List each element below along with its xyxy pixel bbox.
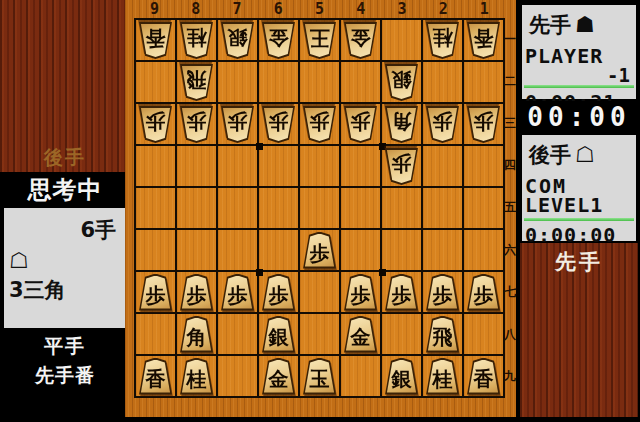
board-square[interactable] bbox=[177, 230, 216, 270]
board-square[interactable] bbox=[341, 230, 380, 270]
board-square[interactable] bbox=[464, 188, 503, 228]
right-panel: 先手 ☗ PLAYER -1 0:00:21 00:00 後手 ☖ COM LE… bbox=[520, 0, 638, 422]
board-square[interactable]: 金 bbox=[341, 20, 380, 60]
board-square[interactable]: 歩 bbox=[423, 104, 462, 144]
board-square[interactable]: 歩 bbox=[464, 104, 503, 144]
file-labels: 987654321 bbox=[134, 0, 505, 18]
board-square[interactable]: 玉 bbox=[300, 356, 339, 396]
shogi-piece: 金 bbox=[261, 358, 296, 395]
sente-header: 先手 bbox=[529, 11, 571, 39]
board-square[interactable] bbox=[259, 146, 298, 186]
star-point bbox=[256, 143, 263, 150]
shogi-piece: 歩 bbox=[343, 106, 378, 143]
rank-label: 二 bbox=[504, 60, 516, 102]
shogi-piece: 歩 bbox=[343, 274, 378, 311]
board-square[interactable] bbox=[136, 230, 175, 270]
board-square[interactable]: 歩 bbox=[218, 272, 257, 312]
board-square[interactable] bbox=[300, 272, 339, 312]
board-square[interactable]: 王 bbox=[300, 20, 339, 60]
file-label: 4 bbox=[340, 0, 381, 18]
shogi-piece: 歩 bbox=[302, 106, 337, 143]
board-square[interactable]: 歩 bbox=[382, 272, 421, 312]
board-square[interactable]: 歩 bbox=[464, 272, 503, 312]
board-square[interactable] bbox=[218, 62, 257, 102]
board-square[interactable]: 歩 bbox=[382, 146, 421, 186]
shogi-piece: 歩 bbox=[179, 274, 214, 311]
gote-side-label: 後手 bbox=[0, 145, 130, 171]
shogi-piece: 歩 bbox=[384, 274, 419, 311]
shogi-piece: 歩 bbox=[138, 106, 173, 143]
rank-label: 三 bbox=[504, 102, 516, 144]
board-square[interactable] bbox=[177, 188, 216, 228]
board-square[interactable]: 香 bbox=[464, 20, 503, 60]
file-label: 8 bbox=[175, 0, 216, 18]
move-timer-band: 00:00 bbox=[520, 101, 638, 133]
com-name: COM bbox=[522, 169, 636, 195]
sente-info-box: 先手 ☗ PLAYER -1 0:00:21 bbox=[520, 3, 638, 101]
board-square[interactable]: 桂 bbox=[177, 356, 216, 396]
shogi-piece: 桂 bbox=[179, 358, 214, 395]
board-square[interactable] bbox=[259, 230, 298, 270]
board-square[interactable]: 歩 bbox=[300, 230, 339, 270]
shogi-piece: 飛 bbox=[179, 64, 214, 101]
file-label: 6 bbox=[258, 0, 299, 18]
thinking-status: 思考中 bbox=[0, 172, 130, 208]
shogi-piece: 飛 bbox=[425, 316, 460, 353]
board-square[interactable]: 香 bbox=[136, 356, 175, 396]
board-square[interactable] bbox=[382, 188, 421, 228]
board-square[interactable] bbox=[382, 20, 421, 60]
rank-labels: 一二三四五六七八九 bbox=[504, 18, 516, 398]
rank-label: 九 bbox=[504, 356, 516, 398]
turn-label: 先手番 bbox=[0, 363, 130, 389]
board-square[interactable] bbox=[423, 230, 462, 270]
board-square[interactable]: 銀 bbox=[382, 62, 421, 102]
shogi-piece: 金 bbox=[343, 316, 378, 353]
shogi-piece: 香 bbox=[466, 22, 501, 59]
sente-piece-icon: ☗ bbox=[575, 14, 595, 36]
board-square[interactable] bbox=[341, 146, 380, 186]
shogi-piece: 歩 bbox=[261, 274, 296, 311]
last-move: 3三角 bbox=[4, 272, 126, 304]
board-square[interactable] bbox=[218, 146, 257, 186]
shogi-piece: 角 bbox=[384, 106, 419, 143]
board-square[interactable] bbox=[218, 314, 257, 354]
file-label: 2 bbox=[423, 0, 464, 18]
board-square[interactable] bbox=[341, 356, 380, 396]
shogi-piece: 香 bbox=[466, 358, 501, 395]
board-square[interactable] bbox=[259, 62, 298, 102]
player-suffix: -1 bbox=[522, 68, 636, 82]
board-square[interactable] bbox=[177, 146, 216, 186]
board-square[interactable]: 角 bbox=[382, 104, 421, 144]
shogi-piece: 銀 bbox=[261, 316, 296, 353]
shogi-piece: 玉 bbox=[302, 358, 337, 395]
shogi-piece: 金 bbox=[343, 22, 378, 59]
com-level: LEVEL1 bbox=[522, 195, 636, 215]
file-label: 5 bbox=[299, 0, 340, 18]
board-square[interactable] bbox=[218, 356, 257, 396]
gote-info-box: 後手 ☖ COM LEVEL1 0:00:00 bbox=[520, 133, 638, 243]
board-square[interactable] bbox=[259, 188, 298, 228]
shogi-piece: 歩 bbox=[138, 274, 173, 311]
board-square[interactable]: 香 bbox=[464, 356, 503, 396]
file-label: 7 bbox=[216, 0, 257, 18]
file-label: 1 bbox=[464, 0, 505, 18]
shogi-piece: 香 bbox=[138, 22, 173, 59]
shogi-piece: 歩 bbox=[302, 232, 337, 269]
handicap-label: 平手 bbox=[0, 334, 130, 360]
board-square[interactable]: 歩 bbox=[259, 104, 298, 144]
board-square[interactable]: 歩 bbox=[218, 104, 257, 144]
turn-indicator: 先手 bbox=[520, 248, 638, 276]
shogi-piece: 歩 bbox=[261, 106, 296, 143]
shogi-piece: 歩 bbox=[466, 274, 501, 311]
board-square[interactable]: 桂 bbox=[177, 20, 216, 60]
board-square[interactable]: 香 bbox=[136, 20, 175, 60]
shogi-piece: 歩 bbox=[384, 148, 419, 185]
board-square[interactable]: 歩 bbox=[423, 272, 462, 312]
board-square[interactable]: 歩 bbox=[136, 272, 175, 312]
shogi-piece: 香 bbox=[138, 358, 173, 395]
board-square[interactable] bbox=[341, 188, 380, 228]
board-square[interactable]: 桂 bbox=[423, 356, 462, 396]
board-square[interactable] bbox=[382, 314, 421, 354]
board-square[interactable]: 銀 bbox=[382, 356, 421, 396]
shogi-piece: 銀 bbox=[384, 358, 419, 395]
gote-piece-icon: ☖ bbox=[4, 244, 126, 272]
board-square[interactable] bbox=[464, 314, 503, 354]
board-square[interactable]: 飛 bbox=[423, 314, 462, 354]
board-square[interactable]: 歩 bbox=[300, 104, 339, 144]
shogi-piece: 歩 bbox=[220, 106, 255, 143]
board-square[interactable]: 飛 bbox=[177, 62, 216, 102]
file-label: 3 bbox=[381, 0, 422, 18]
board-square[interactable] bbox=[300, 62, 339, 102]
rank-label: 五 bbox=[504, 187, 516, 229]
board-square[interactable] bbox=[423, 62, 462, 102]
board-square[interactable]: 歩 bbox=[341, 104, 380, 144]
board-square[interactable] bbox=[423, 146, 462, 186]
board-square[interactable] bbox=[464, 62, 503, 102]
board-square[interactable] bbox=[423, 188, 462, 228]
shogi-board: 987654321 香桂銀金王金桂香飛銀歩歩歩歩歩歩角歩歩歩歩歩歩歩歩歩歩歩歩角… bbox=[125, 0, 516, 417]
board-square[interactable] bbox=[382, 230, 421, 270]
gote-piece-icon: ☖ bbox=[575, 144, 595, 166]
shogi-piece: 歩 bbox=[425, 106, 460, 143]
rank-label: 一 bbox=[504, 18, 516, 60]
board-square[interactable] bbox=[300, 146, 339, 186]
board-square[interactable]: 歩 bbox=[177, 104, 216, 144]
board-square[interactable] bbox=[136, 62, 175, 102]
board-square[interactable]: 銀 bbox=[218, 20, 257, 60]
shogi-piece: 桂 bbox=[425, 22, 460, 59]
board-square[interactable]: 歩 bbox=[341, 272, 380, 312]
board-square[interactable]: 桂 bbox=[423, 20, 462, 60]
left-panel: 後手 思考中 6手 ☖ 3三角 平手 先手番 bbox=[0, 0, 130, 422]
shogi-piece: 歩 bbox=[220, 274, 255, 311]
board-square[interactable] bbox=[300, 314, 339, 354]
shogi-piece: 桂 bbox=[425, 358, 460, 395]
board-square[interactable] bbox=[136, 146, 175, 186]
board-square[interactable]: 金 bbox=[259, 20, 298, 60]
board-square[interactable]: 角 bbox=[177, 314, 216, 354]
move-timer: 00:00 bbox=[527, 102, 630, 132]
board-square[interactable] bbox=[464, 146, 503, 186]
move-number: 6手 bbox=[4, 208, 126, 244]
file-label: 9 bbox=[134, 0, 175, 18]
board-square[interactable] bbox=[464, 230, 503, 270]
rank-label: 六 bbox=[504, 229, 516, 271]
shogi-piece: 王 bbox=[302, 22, 337, 59]
shogi-piece: 金 bbox=[261, 22, 296, 59]
shogi-piece: 桂 bbox=[179, 22, 214, 59]
shogi-piece: 角 bbox=[179, 316, 214, 353]
rank-label: 四 bbox=[504, 145, 516, 187]
board-square[interactable]: 歩 bbox=[136, 104, 175, 144]
board-square[interactable] bbox=[218, 230, 257, 270]
board-square[interactable]: 金 bbox=[341, 314, 380, 354]
board-square[interactable] bbox=[136, 314, 175, 354]
shogi-piece: 歩 bbox=[425, 274, 460, 311]
board-square[interactable]: 銀 bbox=[259, 314, 298, 354]
rank-label: 八 bbox=[504, 314, 516, 356]
board-grid: 香桂銀金王金桂香飛銀歩歩歩歩歩歩角歩歩歩歩歩歩歩歩歩歩歩歩角銀金飛香桂金玉銀桂香 bbox=[134, 18, 505, 398]
board-square[interactable]: 歩 bbox=[177, 272, 216, 312]
shogi-piece: 歩 bbox=[179, 106, 214, 143]
gote-header: 後手 bbox=[529, 141, 571, 169]
board-square[interactable]: 金 bbox=[259, 356, 298, 396]
board-square[interactable]: 歩 bbox=[259, 272, 298, 312]
last-move-box: 6手 ☖ 3三角 bbox=[2, 208, 128, 330]
board-square[interactable] bbox=[136, 188, 175, 228]
board-square[interactable] bbox=[300, 188, 339, 228]
rank-label: 七 bbox=[504, 271, 516, 313]
shogi-piece: 歩 bbox=[466, 106, 501, 143]
board-square[interactable] bbox=[218, 188, 257, 228]
shogi-piece: 銀 bbox=[384, 64, 419, 101]
shogi-piece: 銀 bbox=[220, 22, 255, 59]
board-square[interactable] bbox=[341, 62, 380, 102]
